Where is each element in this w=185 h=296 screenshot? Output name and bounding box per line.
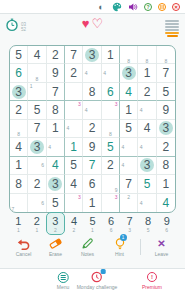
cell-r4c2[interactable]: 5 <box>28 101 46 119</box>
pencil-note: 1 <box>28 83 34 89</box>
cell-r3c1[interactable]: 3 <box>10 83 28 101</box>
cell-r4c6[interactable]: 3 <box>102 101 120 119</box>
cell-r4c1[interactable]: 2 <box>10 101 28 119</box>
cell-digit: 3 <box>120 64 137 81</box>
cell-r4c9[interactable]: 9 <box>157 101 175 119</box>
cell-digit: 8 <box>10 175 27 192</box>
number-pad: 112132425166738596 <box>9 212 176 235</box>
pencil-note: 3 <box>77 101 83 107</box>
cell-r1c7[interactable]: 8 <box>120 46 138 64</box>
cell-digit: 2 <box>28 175 45 192</box>
cell-r7c8[interactable]: 3 <box>138 157 156 175</box>
pencil-note: 6 <box>40 162 46 168</box>
cell-r5c5[interactable]: 2 <box>83 120 101 138</box>
cell-digit: 8 <box>47 101 64 118</box>
toolbar-divider <box>140 239 141 255</box>
heart-empty-icon: ♡ <box>92 16 104 32</box>
cell-digit: 5 <box>157 83 175 100</box>
cell-r4c4[interactable]: 3 <box>65 101 83 119</box>
cell-r7c2[interactable]: 6 <box>28 157 46 175</box>
cell-digit: 4 <box>10 138 27 155</box>
cell-digit: 1 <box>120 101 137 118</box>
numpad-remaining-count: 1 <box>35 227 38 233</box>
cell-digit: 1 <box>10 157 27 174</box>
cell-digit: 3 <box>28 138 45 155</box>
challenge-icon <box>91 271 103 283</box>
cell-r3c9[interactable]: 5 <box>157 83 175 101</box>
cell-r7c5[interactable]: 7 <box>83 157 101 175</box>
numpad-remaining-count: 1 <box>17 227 20 233</box>
erase-button[interactable]: Erase <box>44 237 67 257</box>
cell-digit: 1 <box>65 138 82 155</box>
cell-r8c6[interactable]: 9 <box>102 175 120 193</box>
cell-digit: 2 <box>138 83 155 100</box>
hint-label: Hint <box>115 251 124 257</box>
cell-digit: 7 <box>47 83 64 100</box>
cell-digit: 4 <box>65 175 82 192</box>
cell-r9c6[interactable]: 3 <box>102 194 120 212</box>
cell-r5c1[interactable]: 8 <box>10 120 28 138</box>
lives: ♥ ♡ <box>82 16 103 32</box>
numpad-digit: 3 <box>52 215 58 227</box>
cell-r4c7[interactable]: 1 <box>120 101 138 119</box>
cell-r5c8[interactable]: 4 <box>138 120 156 138</box>
sudoku-app-screen: ◐ ? ✕ <box>0 0 185 296</box>
numpad-digit: 9 <box>164 215 170 227</box>
numpad-1[interactable]: 11 <box>9 212 28 235</box>
cell-r1c9[interactable]: 8 <box>157 46 175 64</box>
cell-digit: 5 <box>120 120 137 137</box>
status-row: 03 52 ♥ ♡ <box>0 15 185 43</box>
sudoku-board: 5427318886892443173178642525834314987142… <box>9 45 176 213</box>
cell-digit: 2 <box>65 64 82 81</box>
cell-digit: 2 <box>102 157 119 174</box>
cell-r9c5[interactable]: 1 <box>83 194 101 212</box>
cell-r6c4[interactable]: 1 <box>65 138 83 156</box>
toolbar: Cancel Erase Notes <box>0 237 185 263</box>
cell-r9c1[interactable]: 7 <box>10 194 28 212</box>
hint-button[interactable]: 1 Hint <box>108 237 131 257</box>
cell-digit: 3 <box>157 120 175 137</box>
cell-digit: 1 <box>157 175 175 192</box>
cell-digit: 2 <box>47 46 64 63</box>
cell-r7c9[interactable]: 8 <box>157 157 175 175</box>
numpad-5[interactable]: 51 <box>83 212 102 235</box>
pencil-note: 6 <box>40 200 46 206</box>
cell-r2c1[interactable]: 6 <box>10 64 28 82</box>
numpad-remaining-count: 2 <box>54 227 57 233</box>
cell-r2c4[interactable]: 2 <box>65 64 83 82</box>
cell-digit: 3 <box>83 46 100 63</box>
cell-digit: 1 <box>47 120 64 137</box>
cell-digit: 4 <box>120 83 137 100</box>
cell-r1c4[interactable]: 7 <box>65 46 83 64</box>
nav-premium[interactable]: ! Premium <box>142 271 162 290</box>
cell-r5c3[interactable]: 1 <box>47 120 65 138</box>
numpad-4[interactable]: 42 <box>65 212 84 235</box>
cell-r2c3[interactable]: 9 <box>47 64 65 82</box>
cell-r8c8[interactable]: 5 <box>138 175 156 193</box>
nav-monday-challenge[interactable]: Monday challenge <box>77 271 118 290</box>
cell-r9c8[interactable]: 4 <box>138 194 156 212</box>
cell-r3c8[interactable]: 2 <box>138 83 156 101</box>
cell-digit: 9 <box>83 138 100 155</box>
cell-r6c5[interactable]: 9 <box>83 138 101 156</box>
cell-r3c3[interactable]: 7 <box>47 83 65 101</box>
cancel-label: Cancel <box>16 251 32 257</box>
pencil-note: 3 <box>113 194 119 200</box>
cell-r2c9[interactable]: 7 <box>157 64 175 82</box>
cell-r4c3[interactable]: 8 <box>47 101 65 119</box>
cell-digit: 5 <box>28 101 45 118</box>
cell-r5c7[interactable]: 5 <box>120 120 138 138</box>
cell-r3c4[interactable] <box>65 83 83 101</box>
cell-r6c6[interactable]: 5 <box>102 138 120 156</box>
erase-label: Erase <box>49 251 62 257</box>
cell-r2c6[interactable]: 4 <box>102 64 120 82</box>
cell-digit: 4 <box>47 157 64 174</box>
cell-r8c9[interactable]: 1 <box>157 175 175 193</box>
cancel-button[interactable]: Cancel <box>12 237 35 257</box>
cell-r4c8[interactable]: 4 <box>138 101 156 119</box>
pencil-note: 4 <box>83 107 89 113</box>
cell-r3c6[interactable]: 6 <box>102 83 120 101</box>
pencil-note: 2 <box>126 194 132 200</box>
menu-label: Menu <box>57 284 70 290</box>
cell-digit: 6 <box>102 83 119 100</box>
cell-digit: 6 <box>10 64 27 81</box>
cell-digit: 8 <box>83 83 100 100</box>
cell-r8c4[interactable]: 4 <box>65 175 83 193</box>
pencil-note: 4 <box>120 144 126 150</box>
cell-digit: 2 <box>10 101 27 118</box>
pencil-note: 8 <box>163 58 169 64</box>
premium-label: Premium <box>142 284 162 290</box>
cell-r2c5[interactable]: 4 <box>83 64 101 82</box>
cell-r5c4[interactable]: 4 <box>65 120 83 138</box>
notes-label: Notes <box>81 251 94 257</box>
cell-r5c9[interactable]: 3 <box>157 120 175 138</box>
cell-digit: 6 <box>83 175 100 192</box>
numpad-remaining-count: 1 <box>91 227 94 233</box>
cell-r6c1[interactable]: 4 <box>10 138 28 156</box>
pencil-note: 8 <box>126 58 132 64</box>
numpad-remaining-count: 2 <box>73 227 76 233</box>
numpad-3[interactable]: 32 <box>46 212 65 235</box>
pencil-note: 8 <box>107 131 113 137</box>
cell-r5c2[interactable]: 7 <box>28 120 46 138</box>
cell-digit: 3 <box>138 157 155 174</box>
numpad-6[interactable]: 66 <box>102 212 121 235</box>
numpad-8[interactable]: 85 <box>139 212 158 235</box>
cell-r9c4[interactable]: 3 <box>65 194 83 212</box>
cell-r1c2[interactable]: 4 <box>28 46 46 64</box>
cell-r6c2[interactable]: 3 <box>28 138 46 156</box>
eraser-icon <box>48 237 63 250</box>
difficulty-lines-icon[interactable] <box>165 20 179 37</box>
cell-digit: 9 <box>157 101 175 118</box>
cell-digit: 5 <box>47 194 64 212</box>
pencil-note: 4 <box>138 144 144 150</box>
cell-r9c7[interactable]: 2 <box>120 194 138 212</box>
pencil-note: 4 <box>102 70 108 76</box>
cell-digit: 4 <box>28 46 45 63</box>
cell-r2c8[interactable]: 1 <box>138 64 156 82</box>
timer: 03 52 <box>5 18 26 36</box>
cell-digit: 5 <box>102 138 119 155</box>
cell-digit: 5 <box>138 175 155 192</box>
cell-digit: 5 <box>10 46 27 63</box>
cell-r8c7[interactable]: 7 <box>120 175 138 193</box>
pencil-note: 4 <box>138 200 144 206</box>
pencil-note: 8 <box>144 58 150 64</box>
cell-r3c5[interactable]: 8 <box>83 83 101 101</box>
cell-r8c2[interactable]: 2 <box>28 175 46 193</box>
premium-icon: ! <box>146 271 158 283</box>
cell-r1c6[interactable]: 1 <box>102 46 120 64</box>
cell-r6c9[interactable]: 2 <box>157 138 175 156</box>
leave-button[interactable]: ✕ Leave <box>150 237 173 257</box>
palette-icon[interactable] <box>112 2 122 12</box>
cell-r2c7[interactable]: 3 <box>120 64 138 82</box>
cell-r5c6[interactable]: 8 <box>102 120 120 138</box>
numpad-digit: 5 <box>89 215 95 227</box>
cell-digit: 5 <box>65 157 82 174</box>
numpad-digit: 7 <box>127 215 133 227</box>
pencil-note: 4 <box>65 126 71 132</box>
cell-digit: 9 <box>47 64 64 81</box>
cell-digit: 3 <box>47 175 64 192</box>
pencil-note: 8 <box>16 131 22 137</box>
cell-digit: 7 <box>83 157 100 174</box>
numpad-remaining-count: 5 <box>147 227 150 233</box>
cell-r1c8[interactable]: 8 <box>138 46 156 64</box>
challenge-label: Monday challenge <box>77 284 118 290</box>
cell-r7c7[interactable]: 4 <box>120 157 138 175</box>
hint-count-badge: 1 <box>120 234 127 241</box>
bottom-nav: Menu Monday challenge ! Premium <box>0 268 185 296</box>
pause-icon[interactable] <box>158 3 166 11</box>
cell-r1c3[interactable]: 2 <box>47 46 65 64</box>
close-icon[interactable]: ✕ <box>172 3 180 11</box>
cell-digit: 7 <box>28 120 45 137</box>
notes-button[interactable]: Notes <box>76 237 99 257</box>
top-icon-bar: ◐ ? ✕ <box>0 0 185 14</box>
cell-r8c1[interactable]: 8 <box>10 175 28 193</box>
pencil-note: 4 <box>83 70 89 76</box>
pencil-note: 4 <box>138 107 144 113</box>
cell-digit: 7 <box>157 64 175 81</box>
numpad-remaining-count: 6 <box>165 227 168 233</box>
cell-r9c2[interactable]: 6 <box>28 194 46 212</box>
numpad-digit: 4 <box>71 215 77 227</box>
pencil-note: 3 <box>77 194 83 200</box>
cell-digit: 1 <box>138 64 155 81</box>
nav-menu[interactable]: Menu <box>57 271 70 290</box>
contrast-icon[interactable]: ◐ <box>96 2 106 12</box>
leave-label: Leave <box>155 251 169 257</box>
cell-r7c6[interactable]: 2 <box>102 157 120 175</box>
numpad-9[interactable]: 96 <box>157 212 176 235</box>
cell-digit: 4 <box>157 194 175 212</box>
pencil-icon <box>81 237 94 250</box>
clock-icon <box>5 18 19 36</box>
cell-r7c3[interactable]: 4 <box>47 157 65 175</box>
pencil-note: 4 <box>47 144 53 150</box>
cell-r2c2[interactable]: 8 <box>28 64 46 82</box>
numpad-2[interactable]: 21 <box>28 212 47 235</box>
sound-icon[interactable] <box>128 2 138 12</box>
numpad-7[interactable]: 73 <box>120 212 139 235</box>
numpad-digit: 8 <box>145 215 151 227</box>
timer-value: 03 52 <box>21 22 26 32</box>
leave-x-icon: ✕ <box>157 237 165 250</box>
menu-icon <box>57 271 69 283</box>
cell-r7c4[interactable]: 5 <box>65 157 83 175</box>
cell-r9c9[interactable]: 4 <box>157 194 175 212</box>
cell-r3c2[interactable]: 1 <box>28 83 46 101</box>
cell-r1c1[interactable]: 5 <box>10 46 28 64</box>
numpad-digit: 2 <box>34 215 40 227</box>
cell-r6c7[interactable]: 4 <box>120 138 138 156</box>
cell-r6c3[interactable]: 4 <box>47 138 65 156</box>
cell-digit: 2 <box>157 138 175 155</box>
undo-icon <box>17 237 31 250</box>
cell-r3c7[interactable]: 4 <box>120 83 138 101</box>
cell-digit: 1 <box>83 194 100 212</box>
cell-digit: 1 <box>102 46 119 63</box>
cell-r7c1[interactable]: 1 <box>10 157 28 175</box>
pencil-note: 3 <box>113 101 119 107</box>
pencil-note: 9 <box>113 187 119 193</box>
pencil-note: 8 <box>34 76 40 82</box>
pencil-note: 4 <box>120 162 126 168</box>
cell-digit: 3 <box>10 83 27 100</box>
cell-digit: 7 <box>65 46 82 63</box>
cell-digit: 4 <box>138 120 155 137</box>
cell-r8c5[interactable]: 6 <box>83 175 101 193</box>
lightbulb-icon: 1 <box>114 237 126 250</box>
cell-r4c5[interactable]: 4 <box>83 101 101 119</box>
cell-r9c3[interactable]: 5 <box>47 194 65 212</box>
cell-r1c5[interactable]: 3 <box>83 46 101 64</box>
heart-filled-icon: ♥ <box>82 16 90 32</box>
cell-digit: 2 <box>83 120 100 137</box>
numpad-digit: 1 <box>15 215 21 227</box>
help-icon[interactable]: ? <box>144 3 152 11</box>
cell-digit: 7 <box>120 175 137 192</box>
cell-digit: 8 <box>157 157 175 174</box>
numpad-digit: 6 <box>108 215 114 227</box>
cell-r8c3[interactable]: 3 <box>47 175 65 193</box>
challenge-badge <box>101 269 106 274</box>
numpad-remaining-count: 6 <box>110 227 113 233</box>
numpad-remaining-count: 3 <box>128 227 131 233</box>
cell-r6c8[interactable]: 4 <box>138 138 156 156</box>
